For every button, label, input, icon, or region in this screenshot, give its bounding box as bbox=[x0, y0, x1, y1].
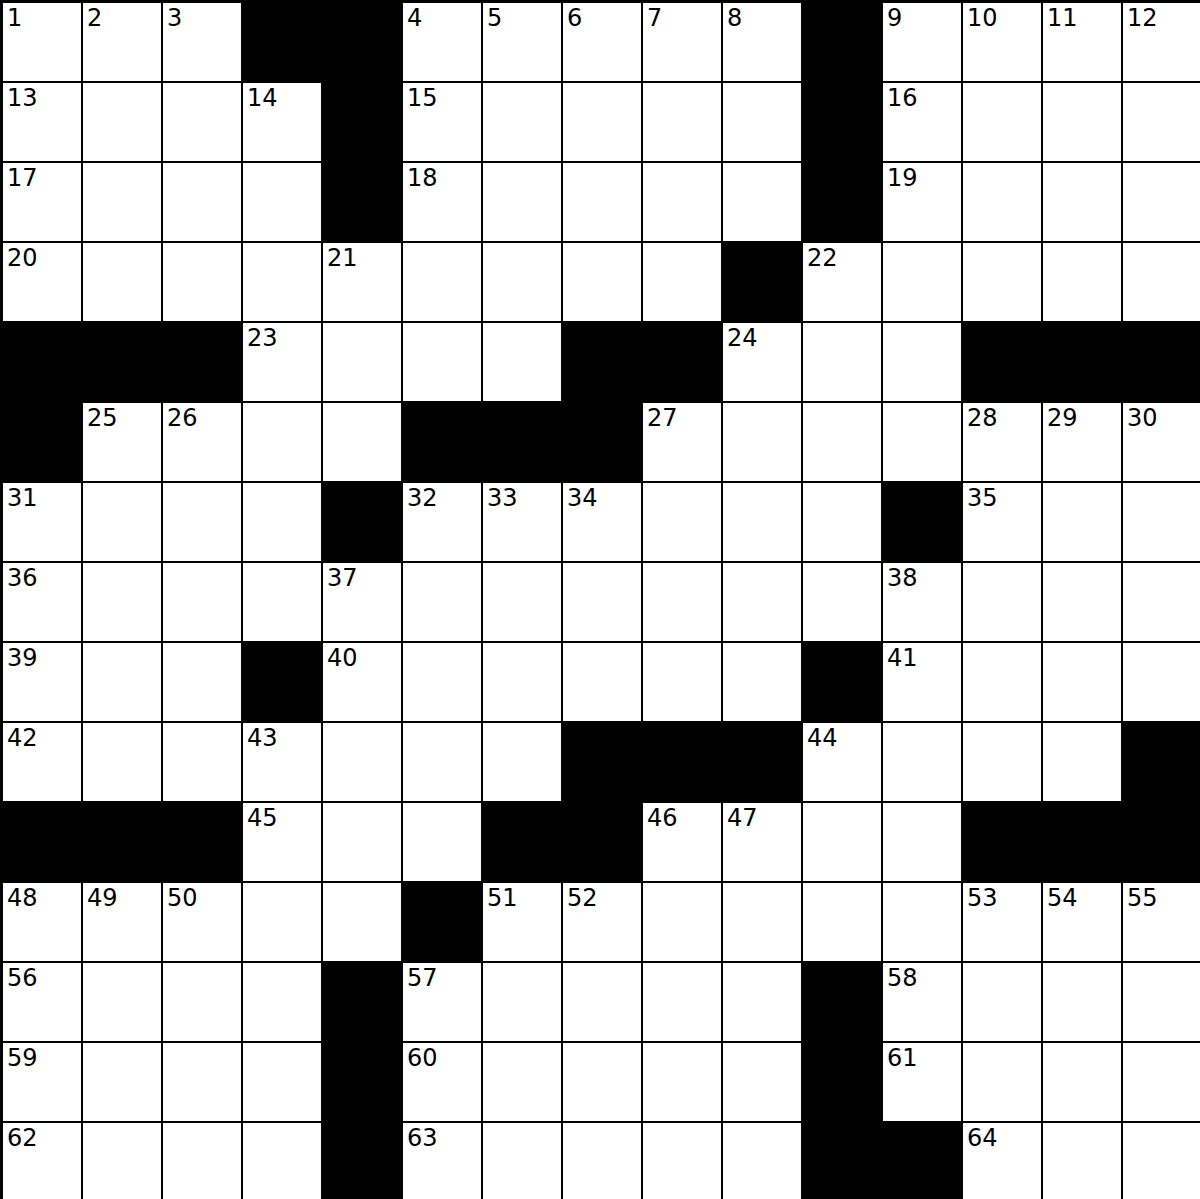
white-cell[interactable]: 11 bbox=[1042, 2, 1122, 82]
white-cell[interactable] bbox=[162, 1122, 242, 1199]
white-cell[interactable] bbox=[642, 962, 722, 1042]
clue-number: 46 bbox=[647, 805, 678, 831]
white-cell[interactable]: 20 bbox=[2, 242, 82, 322]
white-cell[interactable] bbox=[242, 242, 322, 322]
white-cell[interactable]: 49 bbox=[82, 882, 162, 962]
black-cell bbox=[802, 962, 882, 1042]
white-cell[interactable] bbox=[1042, 242, 1122, 322]
black-cell bbox=[1122, 722, 1200, 802]
white-cell[interactable] bbox=[1042, 482, 1122, 562]
white-cell[interactable] bbox=[162, 1042, 242, 1122]
white-cell[interactable] bbox=[322, 882, 402, 962]
white-cell[interactable]: 39 bbox=[2, 642, 82, 722]
white-cell[interactable]: 58 bbox=[882, 962, 962, 1042]
white-cell[interactable] bbox=[82, 1042, 162, 1122]
white-cell[interactable] bbox=[642, 482, 722, 562]
white-cell[interactable]: 27 bbox=[642, 402, 722, 482]
black-cell bbox=[722, 242, 802, 322]
clue-number: 42 bbox=[7, 725, 38, 751]
white-cell[interactable]: 18 bbox=[402, 162, 482, 242]
black-cell bbox=[482, 402, 562, 482]
white-cell[interactable] bbox=[402, 642, 482, 722]
white-cell[interactable] bbox=[882, 722, 962, 802]
clue-number: 48 bbox=[7, 885, 38, 911]
white-cell[interactable] bbox=[1042, 1042, 1122, 1122]
clue-number: 39 bbox=[7, 645, 38, 671]
white-cell[interactable] bbox=[562, 82, 642, 162]
clue-number: 64 bbox=[967, 1125, 998, 1151]
clue-number: 8 bbox=[727, 5, 742, 31]
clue-number: 49 bbox=[87, 885, 118, 911]
black-cell bbox=[562, 802, 642, 882]
white-cell[interactable]: 40 bbox=[322, 642, 402, 722]
black-cell bbox=[402, 402, 482, 482]
white-cell[interactable]: 25 bbox=[82, 402, 162, 482]
clue-number: 63 bbox=[407, 1125, 438, 1151]
black-cell bbox=[802, 1122, 882, 1199]
clue-number: 2 bbox=[87, 5, 102, 31]
white-cell[interactable] bbox=[242, 1122, 322, 1199]
black-cell bbox=[402, 882, 482, 962]
white-cell[interactable]: 4 bbox=[402, 2, 482, 82]
white-cell[interactable] bbox=[562, 242, 642, 322]
white-cell[interactable] bbox=[962, 642, 1042, 722]
white-cell[interactable]: 14 bbox=[242, 82, 322, 162]
white-cell[interactable] bbox=[722, 562, 802, 642]
white-cell[interactable]: 59 bbox=[2, 1042, 82, 1122]
white-cell[interactable]: 38 bbox=[882, 562, 962, 642]
white-cell[interactable] bbox=[962, 722, 1042, 802]
white-cell[interactable]: 55 bbox=[1122, 882, 1200, 962]
white-cell[interactable]: 29 bbox=[1042, 402, 1122, 482]
white-cell[interactable] bbox=[482, 1122, 562, 1199]
black-cell bbox=[802, 162, 882, 242]
white-cell[interactable] bbox=[642, 162, 722, 242]
white-cell[interactable]: 1 bbox=[2, 2, 82, 82]
white-cell[interactable] bbox=[162, 722, 242, 802]
white-cell[interactable] bbox=[962, 962, 1042, 1042]
white-cell[interactable]: 37 bbox=[322, 562, 402, 642]
white-cell[interactable] bbox=[482, 562, 562, 642]
black-cell bbox=[162, 322, 242, 402]
white-cell[interactable] bbox=[882, 242, 962, 322]
white-cell[interactable] bbox=[642, 562, 722, 642]
white-cell[interactable] bbox=[562, 962, 642, 1042]
clue-number: 22 bbox=[807, 245, 838, 271]
black-cell bbox=[322, 162, 402, 242]
clue-number: 23 bbox=[247, 325, 278, 351]
white-cell[interactable] bbox=[162, 962, 242, 1042]
clue-number: 56 bbox=[7, 965, 38, 991]
white-cell[interactable]: 53 bbox=[962, 882, 1042, 962]
clue-number: 58 bbox=[887, 965, 918, 991]
white-cell[interactable]: 26 bbox=[162, 402, 242, 482]
clue-number: 21 bbox=[327, 245, 358, 271]
white-cell[interactable]: 34 bbox=[562, 482, 642, 562]
white-cell[interactable] bbox=[722, 482, 802, 562]
white-cell[interactable] bbox=[962, 242, 1042, 322]
clue-number: 51 bbox=[487, 885, 518, 911]
white-cell[interactable] bbox=[1042, 962, 1122, 1042]
white-cell[interactable]: 13 bbox=[2, 82, 82, 162]
white-cell[interactable] bbox=[482, 642, 562, 722]
white-cell[interactable]: 16 bbox=[882, 82, 962, 162]
white-cell[interactable] bbox=[642, 1042, 722, 1122]
black-cell bbox=[882, 1122, 962, 1199]
black-cell bbox=[322, 1122, 402, 1199]
white-cell[interactable] bbox=[242, 1042, 322, 1122]
white-cell[interactable] bbox=[242, 482, 322, 562]
white-cell[interactable] bbox=[402, 242, 482, 322]
clue-number: 3 bbox=[167, 5, 182, 31]
white-cell[interactable]: 48 bbox=[2, 882, 82, 962]
white-cell[interactable] bbox=[482, 162, 562, 242]
white-cell[interactable] bbox=[722, 162, 802, 242]
black-cell bbox=[2, 402, 82, 482]
white-cell[interactable] bbox=[802, 562, 882, 642]
black-cell bbox=[802, 2, 882, 82]
black-cell bbox=[242, 2, 322, 82]
white-cell[interactable] bbox=[722, 1122, 802, 1199]
clue-number: 1 bbox=[7, 5, 22, 31]
white-cell[interactable] bbox=[322, 402, 402, 482]
clue-number: 13 bbox=[7, 85, 38, 111]
white-cell[interactable]: 35 bbox=[962, 482, 1042, 562]
white-cell[interactable]: 62 bbox=[2, 1122, 82, 1199]
white-cell[interactable] bbox=[82, 962, 162, 1042]
clue-number: 5 bbox=[487, 5, 502, 31]
white-cell[interactable]: 42 bbox=[2, 722, 82, 802]
clue-number: 61 bbox=[887, 1045, 918, 1071]
white-cell[interactable]: 9 bbox=[882, 2, 962, 82]
white-cell[interactable] bbox=[562, 642, 642, 722]
white-cell[interactable] bbox=[642, 1122, 722, 1199]
black-cell bbox=[322, 962, 402, 1042]
clue-number: 16 bbox=[887, 85, 918, 111]
white-cell[interactable] bbox=[1042, 82, 1122, 162]
white-cell[interactable] bbox=[402, 322, 482, 402]
white-cell[interactable] bbox=[402, 562, 482, 642]
clue-number: 14 bbox=[247, 85, 278, 111]
white-cell[interactable] bbox=[162, 642, 242, 722]
white-cell[interactable]: 22 bbox=[802, 242, 882, 322]
black-cell bbox=[242, 642, 322, 722]
clue-number: 53 bbox=[967, 885, 998, 911]
clue-number: 17 bbox=[7, 165, 38, 191]
white-cell[interactable] bbox=[802, 402, 882, 482]
white-cell[interactable]: 60 bbox=[402, 1042, 482, 1122]
black-cell bbox=[162, 802, 242, 882]
white-cell[interactable] bbox=[1042, 1122, 1122, 1199]
clue-number: 34 bbox=[567, 485, 598, 511]
white-cell[interactable] bbox=[82, 562, 162, 642]
black-cell bbox=[482, 802, 562, 882]
black-cell bbox=[962, 322, 1042, 402]
white-cell[interactable] bbox=[162, 162, 242, 242]
white-cell[interactable] bbox=[1042, 162, 1122, 242]
white-cell[interactable] bbox=[562, 1122, 642, 1199]
white-cell[interactable] bbox=[162, 82, 242, 162]
clue-number: 40 bbox=[327, 645, 358, 671]
white-cell[interactable] bbox=[82, 1122, 162, 1199]
white-cell[interactable]: 7 bbox=[642, 2, 722, 82]
white-cell[interactable]: 36 bbox=[2, 562, 82, 642]
white-cell[interactable]: 24 bbox=[722, 322, 802, 402]
white-cell[interactable] bbox=[162, 242, 242, 322]
black-cell bbox=[322, 2, 402, 82]
white-cell[interactable] bbox=[642, 242, 722, 322]
clue-number: 33 bbox=[487, 485, 518, 511]
white-cell[interactable] bbox=[482, 962, 562, 1042]
white-cell[interactable] bbox=[722, 642, 802, 722]
white-cell[interactable] bbox=[722, 82, 802, 162]
black-cell bbox=[1122, 322, 1200, 402]
clue-number: 32 bbox=[407, 485, 438, 511]
white-cell[interactable] bbox=[482, 82, 562, 162]
crossword-board: 1234567891011121314151617181920212223242… bbox=[0, 0, 1200, 1199]
clue-number: 36 bbox=[7, 565, 38, 591]
white-cell[interactable] bbox=[322, 322, 402, 402]
white-cell[interactable] bbox=[1122, 962, 1200, 1042]
white-cell[interactable]: 33 bbox=[482, 482, 562, 562]
clue-number: 60 bbox=[407, 1045, 438, 1071]
black-cell bbox=[562, 322, 642, 402]
white-cell[interactable]: 52 bbox=[562, 882, 642, 962]
white-cell[interactable] bbox=[482, 1042, 562, 1122]
white-cell[interactable] bbox=[1122, 562, 1200, 642]
white-cell[interactable] bbox=[962, 562, 1042, 642]
clue-number: 29 bbox=[1047, 405, 1078, 431]
clue-number: 25 bbox=[87, 405, 118, 431]
white-cell[interactable]: 6 bbox=[562, 2, 642, 82]
white-cell[interactable]: 15 bbox=[402, 82, 482, 162]
clue-number: 37 bbox=[327, 565, 358, 591]
white-cell[interactable]: 61 bbox=[882, 1042, 962, 1122]
white-cell[interactable]: 21 bbox=[322, 242, 402, 322]
white-cell[interactable]: 30 bbox=[1122, 402, 1200, 482]
clue-number: 31 bbox=[7, 485, 38, 511]
white-cell[interactable] bbox=[722, 402, 802, 482]
clue-number: 28 bbox=[967, 405, 998, 431]
clue-number: 4 bbox=[407, 5, 422, 31]
clue-number: 57 bbox=[407, 965, 438, 991]
black-cell bbox=[642, 322, 722, 402]
white-cell[interactable] bbox=[882, 322, 962, 402]
white-cell[interactable] bbox=[402, 802, 482, 882]
black-cell bbox=[322, 1042, 402, 1122]
white-cell[interactable] bbox=[162, 482, 242, 562]
black-cell bbox=[1122, 802, 1200, 882]
black-cell bbox=[562, 722, 642, 802]
white-cell[interactable]: 17 bbox=[2, 162, 82, 242]
white-cell[interactable] bbox=[242, 962, 322, 1042]
white-cell[interactable] bbox=[882, 802, 962, 882]
white-cell[interactable] bbox=[722, 882, 802, 962]
white-cell[interactable] bbox=[722, 1042, 802, 1122]
white-cell[interactable] bbox=[322, 802, 402, 882]
white-cell[interactable]: 43 bbox=[242, 722, 322, 802]
white-cell[interactable]: 47 bbox=[722, 802, 802, 882]
white-cell[interactable]: 57 bbox=[402, 962, 482, 1042]
black-cell bbox=[2, 322, 82, 402]
white-cell[interactable]: 32 bbox=[402, 482, 482, 562]
white-cell[interactable] bbox=[1042, 722, 1122, 802]
white-cell[interactable] bbox=[322, 722, 402, 802]
white-cell[interactable] bbox=[482, 322, 562, 402]
black-cell bbox=[802, 1042, 882, 1122]
white-cell[interactable] bbox=[482, 722, 562, 802]
clue-number: 27 bbox=[647, 405, 678, 431]
clue-number: 47 bbox=[727, 805, 758, 831]
white-cell[interactable]: 12 bbox=[1122, 2, 1200, 82]
white-cell[interactable] bbox=[642, 82, 722, 162]
white-cell[interactable] bbox=[962, 82, 1042, 162]
white-cell[interactable] bbox=[1122, 642, 1200, 722]
white-cell[interactable] bbox=[82, 722, 162, 802]
white-cell[interactable]: 31 bbox=[2, 482, 82, 562]
white-cell[interactable]: 51 bbox=[482, 882, 562, 962]
white-cell[interactable] bbox=[642, 882, 722, 962]
black-cell bbox=[882, 482, 962, 562]
clue-number: 20 bbox=[7, 245, 38, 271]
white-cell[interactable] bbox=[802, 882, 882, 962]
white-cell[interactable]: 50 bbox=[162, 882, 242, 962]
white-cell[interactable] bbox=[242, 402, 322, 482]
white-cell[interactable]: 63 bbox=[402, 1122, 482, 1199]
clue-number: 41 bbox=[887, 645, 918, 671]
clue-number: 24 bbox=[727, 325, 758, 351]
black-cell bbox=[562, 402, 642, 482]
clue-number: 35 bbox=[967, 485, 998, 511]
white-cell[interactable]: 19 bbox=[882, 162, 962, 242]
white-cell[interactable]: 56 bbox=[2, 962, 82, 1042]
clue-number: 50 bbox=[167, 885, 198, 911]
white-cell[interactable]: 54 bbox=[1042, 882, 1122, 962]
clue-number: 7 bbox=[647, 5, 662, 31]
white-cell[interactable] bbox=[1122, 242, 1200, 322]
white-cell[interactable] bbox=[1042, 642, 1122, 722]
white-cell[interactable] bbox=[962, 162, 1042, 242]
black-cell bbox=[322, 82, 402, 162]
clue-number: 11 bbox=[1047, 5, 1078, 31]
white-cell[interactable]: 28 bbox=[962, 402, 1042, 482]
clue-number: 44 bbox=[807, 725, 838, 751]
white-cell[interactable] bbox=[162, 562, 242, 642]
black-cell bbox=[642, 722, 722, 802]
white-cell[interactable] bbox=[1042, 562, 1122, 642]
black-cell bbox=[322, 482, 402, 562]
clue-number: 26 bbox=[167, 405, 198, 431]
white-cell[interactable] bbox=[802, 802, 882, 882]
clue-number: 10 bbox=[967, 5, 998, 31]
clue-number: 9 bbox=[887, 5, 902, 31]
black-cell bbox=[802, 82, 882, 162]
clue-number: 19 bbox=[887, 165, 918, 191]
white-cell[interactable] bbox=[562, 1042, 642, 1122]
clue-number: 6 bbox=[567, 5, 582, 31]
white-cell[interactable] bbox=[562, 562, 642, 642]
white-cell[interactable]: 10 bbox=[962, 2, 1042, 82]
white-cell[interactable] bbox=[882, 882, 962, 962]
white-cell[interactable]: 5 bbox=[482, 2, 562, 82]
white-cell[interactable]: 44 bbox=[802, 722, 882, 802]
clue-number: 15 bbox=[407, 85, 438, 111]
white-cell[interactable] bbox=[722, 962, 802, 1042]
clue-number: 30 bbox=[1127, 405, 1158, 431]
white-cell[interactable] bbox=[82, 162, 162, 242]
white-cell[interactable] bbox=[82, 642, 162, 722]
white-cell[interactable]: 23 bbox=[242, 322, 322, 402]
white-cell[interactable]: 45 bbox=[242, 802, 322, 882]
white-cell[interactable] bbox=[1122, 162, 1200, 242]
white-cell[interactable]: 8 bbox=[722, 2, 802, 82]
clue-number: 52 bbox=[567, 885, 598, 911]
white-cell[interactable] bbox=[402, 722, 482, 802]
white-cell[interactable] bbox=[962, 1042, 1042, 1122]
clue-number: 45 bbox=[247, 805, 278, 831]
white-cell[interactable] bbox=[1122, 482, 1200, 562]
white-cell[interactable] bbox=[642, 642, 722, 722]
clue-number: 54 bbox=[1047, 885, 1078, 911]
clue-number: 18 bbox=[407, 165, 438, 191]
white-cell[interactable] bbox=[802, 322, 882, 402]
black-cell bbox=[962, 802, 1042, 882]
white-cell[interactable] bbox=[1122, 1042, 1200, 1122]
black-cell bbox=[1042, 322, 1122, 402]
white-cell[interactable] bbox=[242, 882, 322, 962]
white-cell[interactable] bbox=[82, 482, 162, 562]
clue-number: 62 bbox=[7, 1125, 38, 1151]
black-cell bbox=[1042, 802, 1122, 882]
white-cell[interactable] bbox=[1122, 82, 1200, 162]
clue-number: 55 bbox=[1127, 885, 1158, 911]
clue-number: 43 bbox=[247, 725, 278, 751]
white-cell[interactable] bbox=[242, 562, 322, 642]
clue-number: 12 bbox=[1127, 5, 1158, 31]
white-cell[interactable]: 64 bbox=[962, 1122, 1042, 1199]
clue-number: 38 bbox=[887, 565, 918, 591]
white-cell[interactable]: 3 bbox=[162, 2, 242, 82]
black-cell bbox=[2, 802, 82, 882]
white-cell[interactable] bbox=[802, 482, 882, 562]
black-cell bbox=[802, 642, 882, 722]
black-cell bbox=[82, 322, 162, 402]
white-cell[interactable]: 46 bbox=[642, 802, 722, 882]
white-cell[interactable]: 2 bbox=[82, 2, 162, 82]
white-cell[interactable] bbox=[882, 402, 962, 482]
clue-number: 59 bbox=[7, 1045, 38, 1071]
white-cell[interactable] bbox=[482, 242, 562, 322]
white-cell[interactable] bbox=[82, 242, 162, 322]
white-cell[interactable] bbox=[82, 82, 162, 162]
black-cell bbox=[722, 722, 802, 802]
white-cell[interactable] bbox=[562, 162, 642, 242]
white-cell[interactable] bbox=[1122, 1122, 1200, 1199]
black-cell bbox=[82, 802, 162, 882]
white-cell[interactable]: 41 bbox=[882, 642, 962, 722]
white-cell[interactable] bbox=[242, 162, 322, 242]
